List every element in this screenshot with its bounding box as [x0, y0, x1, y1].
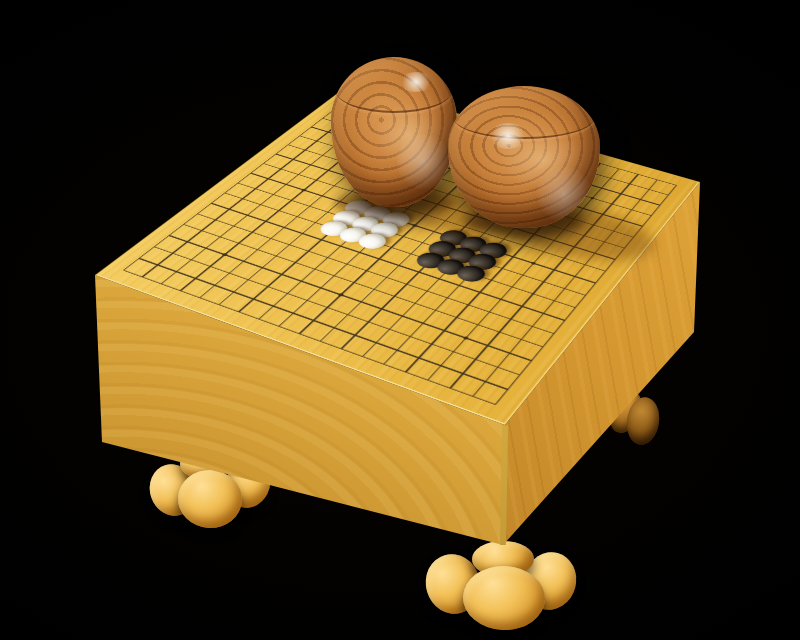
bowl-highlight	[488, 123, 528, 149]
bowl-highlight	[399, 72, 433, 92]
bowl-lid-seam	[335, 66, 453, 113]
hoshi-point	[338, 293, 344, 297]
hoshi-point	[590, 197, 595, 200]
leg-lobe	[517, 546, 582, 615]
leg-lobe	[472, 541, 534, 577]
hoshi-point	[222, 253, 228, 256]
leg-lobe	[419, 548, 487, 621]
product-photo-scene	[0, 0, 800, 640]
leg-lobe	[462, 565, 546, 632]
hoshi-point	[301, 189, 307, 192]
hoshi-point	[531, 262, 537, 265]
leg-lobe	[177, 468, 244, 529]
leg-lobe	[143, 458, 203, 522]
hoshi-point	[463, 336, 469, 340]
